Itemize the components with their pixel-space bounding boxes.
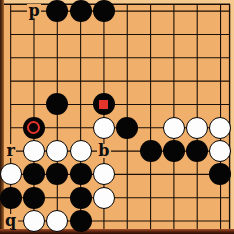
board-point-c9-r3[interactable] [186,46,209,69]
white-stone [0,163,22,185]
board-point-c2-r3[interactable] [22,46,45,69]
board-point-c1-r2[interactable] [0,23,22,46]
black-stone [140,140,162,162]
black-stone [23,117,45,139]
board-point-c1-r8[interactable] [0,163,22,186]
board-point-c4-r4[interactable] [69,69,92,92]
board-point-c8-r5[interactable] [162,93,185,116]
board-point-c9-r9[interactable] [186,186,209,209]
black-stone [93,0,115,22]
board-point-c7-r6[interactable] [139,116,162,139]
board-point-c3-r5[interactable] [46,93,69,116]
board-point-c7-r4[interactable] [139,69,162,92]
board-point-c10-r6[interactable] [209,116,232,139]
board-point-c3-r6[interactable] [46,116,69,139]
black-stone [46,163,68,185]
black-stone [70,0,92,22]
white-stone [209,117,231,139]
white-stone [93,163,115,185]
board-point-c6-r6[interactable] [116,116,139,139]
board-point-c8-r6[interactable] [162,116,185,139]
board-point-c1-r7[interactable]: r [0,139,22,162]
white-stone [46,210,68,232]
board-point-c6-r7[interactable] [116,139,139,162]
board-point-c7-r5[interactable] [139,93,162,116]
board-point-c5-r4[interactable] [92,69,115,92]
white-stone [23,210,45,232]
board-point-c7-r10[interactable] [139,209,162,232]
black-stone [70,163,92,185]
black-stone [46,93,68,115]
black-stone [93,93,115,115]
black-stone [163,140,185,162]
board-point-c5-r2[interactable] [92,23,115,46]
board-point-c3-r2[interactable] [46,23,69,46]
go-board: prbq [0,0,234,234]
board-point-c1-r1[interactable] [0,0,22,23]
board-point-c6-r4[interactable] [116,69,139,92]
white-stone [23,140,45,162]
board-point-c6-r9[interactable] [116,186,139,209]
white-stone [70,140,92,162]
point-label-r: r [5,144,16,158]
board-point-c3-r10[interactable] [46,209,69,232]
white-stone [46,140,68,162]
board-point-c9-r4[interactable] [186,69,209,92]
board-point-c2-r7[interactable] [22,139,45,162]
white-stone [93,187,115,209]
white-stone [186,117,208,139]
board-point-c2-r4[interactable] [22,69,45,92]
board-point-c4-r6[interactable] [69,116,92,139]
board-point-c6-r5[interactable] [116,93,139,116]
board-point-c9-r10[interactable] [186,209,209,232]
board-point-c2-r8[interactable] [22,163,45,186]
black-stone [0,187,22,209]
board-point-c2-r5[interactable] [22,93,45,116]
board-point-c5-r6[interactable] [92,116,115,139]
board-point-c6-r10[interactable] [116,209,139,232]
board-point-c1-r5[interactable] [0,93,22,116]
board-point-c1-r6[interactable] [0,116,22,139]
board-point-c10-r1[interactable] [209,0,232,23]
board-point-c8-r8[interactable] [162,163,185,186]
board-point-c2-r1[interactable]: p [22,0,45,23]
white-stone [93,117,115,139]
board-point-c5-r9[interactable] [92,186,115,209]
board-point-c8-r2[interactable] [162,23,185,46]
board-point-c10-r2[interactable] [209,23,232,46]
white-stone [163,117,185,139]
black-stone [46,0,68,22]
board-point-c7-r1[interactable] [139,0,162,23]
board-point-c4-r1[interactable] [69,0,92,23]
board-point-c9-r1[interactable] [186,0,209,23]
board-point-c8-r4[interactable] [162,69,185,92]
board-point-c4-r3[interactable] [69,46,92,69]
board-point-c5-r10[interactable] [92,209,115,232]
board-point-c6-r8[interactable] [116,163,139,186]
white-stone [209,140,231,162]
board-point-c3-r8[interactable] [46,163,69,186]
board-point-c8-r9[interactable] [162,186,185,209]
board-point-c10-r4[interactable] [209,69,232,92]
board-point-c5-r5[interactable] [92,93,115,116]
black-stone [70,210,92,232]
board-point-c10-r9[interactable] [209,186,232,209]
board-point-c6-r3[interactable] [116,46,139,69]
point-label-b: b [97,144,111,158]
board-point-c8-r10[interactable] [162,209,185,232]
board-point-c3-r9[interactable] [46,186,69,209]
board-point-c10-r7[interactable] [209,139,232,162]
black-stone [23,187,45,209]
point-label-q: q [4,214,18,228]
board-point-c2-r10[interactable] [22,209,45,232]
board-point-c9-r6[interactable] [186,116,209,139]
board-point-c10-r5[interactable] [209,93,232,116]
board-point-c6-r2[interactable] [116,23,139,46]
board-points-grid: prbq [0,0,232,233]
circle-mark-icon [27,121,40,134]
black-stone [116,117,138,139]
board-point-c9-r7[interactable] [186,139,209,162]
board-point-c8-r7[interactable] [162,139,185,162]
board-point-c1-r10[interactable]: q [0,209,22,232]
board-point-c7-r3[interactable] [139,46,162,69]
board-point-c3-r7[interactable] [46,139,69,162]
board-point-c2-r6[interactable] [22,116,45,139]
board-point-c10-r10[interactable] [209,209,232,232]
board-point-c4-r5[interactable] [69,93,92,116]
board-point-c9-r8[interactable] [186,163,209,186]
board-point-c9-r5[interactable] [186,93,209,116]
board-point-c6-r1[interactable] [116,0,139,23]
board-point-c2-r2[interactable] [22,23,45,46]
board-point-c5-r1[interactable] [92,0,115,23]
point-label-p: p [27,4,41,18]
board-point-c5-r7[interactable]: b [92,139,115,162]
board-point-c4-r10[interactable] [69,209,92,232]
board-point-c7-r2[interactable] [139,23,162,46]
black-stone [70,187,92,209]
board-point-c5-r3[interactable] [92,46,115,69]
board-point-c8-r3[interactable] [162,46,185,69]
board-point-c1-r9[interactable] [0,186,22,209]
board-point-c7-r7[interactable] [139,139,162,162]
board-point-c8-r1[interactable] [162,0,185,23]
board-point-c1-r3[interactable] [0,46,22,69]
square-mark-icon [99,100,108,109]
board-point-c4-r8[interactable] [69,163,92,186]
black-stone [23,163,45,185]
board-point-c2-r9[interactable] [22,186,45,209]
board-point-c5-r8[interactable] [92,163,115,186]
board-point-c9-r2[interactable] [186,23,209,46]
board-point-c4-r2[interactable] [69,23,92,46]
black-stone [209,163,231,185]
board-point-c3-r1[interactable] [46,0,69,23]
board-point-c10-r3[interactable] [209,46,232,69]
board-point-c3-r4[interactable] [46,69,69,92]
board-point-c7-r8[interactable] [139,163,162,186]
board-point-c10-r8[interactable] [209,163,232,186]
board-point-c7-r9[interactable] [139,186,162,209]
board-point-c1-r4[interactable] [0,69,22,92]
board-point-c3-r3[interactable] [46,46,69,69]
board-point-c4-r7[interactable] [69,139,92,162]
board-point-c4-r9[interactable] [69,186,92,209]
black-stone [186,140,208,162]
